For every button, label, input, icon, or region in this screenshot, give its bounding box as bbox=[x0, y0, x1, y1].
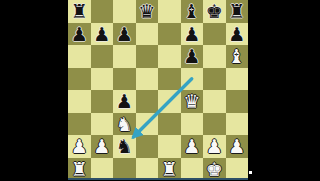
black-queen[interactable]: ♛ bbox=[138, 0, 155, 23]
square-d8[interactable]: ♛ bbox=[136, 0, 159, 23]
black-pawn[interactable]: ♟ bbox=[93, 23, 110, 46]
black-pawn[interactable]: ♟ bbox=[116, 23, 133, 46]
square-b3[interactable] bbox=[91, 113, 114, 136]
white-pawn[interactable]: ♟ bbox=[183, 135, 200, 158]
black-pawn[interactable]: ♟ bbox=[228, 23, 245, 46]
square-g6[interactable] bbox=[203, 45, 226, 68]
black-rook[interactable]: ♜ bbox=[71, 0, 88, 23]
letterbox-right bbox=[248, 0, 320, 180]
black-pawn[interactable]: ♟ bbox=[71, 23, 88, 46]
black-pawn[interactable]: ♟ bbox=[183, 45, 200, 68]
square-h5[interactable] bbox=[226, 68, 249, 91]
square-f4[interactable]: ♛ bbox=[181, 90, 204, 113]
black-king[interactable]: ♚ bbox=[206, 0, 223, 23]
square-e1[interactable]: ♜ bbox=[158, 158, 181, 181]
black-pawn[interactable]: ♟ bbox=[116, 90, 133, 113]
square-b1[interactable] bbox=[91, 158, 114, 181]
white-pawn[interactable]: ♟ bbox=[93, 135, 110, 158]
square-c8[interactable] bbox=[113, 0, 136, 23]
board-bottom-strip bbox=[68, 178, 248, 180]
square-h8[interactable]: ♜ bbox=[226, 0, 249, 23]
white-knight[interactable]: ♞ bbox=[116, 113, 133, 136]
square-d1[interactable] bbox=[136, 158, 159, 181]
white-rook[interactable]: ♜ bbox=[71, 158, 88, 181]
square-d6[interactable] bbox=[136, 45, 159, 68]
square-b8[interactable] bbox=[91, 0, 114, 23]
square-g4[interactable] bbox=[203, 90, 226, 113]
square-a1[interactable]: ♜ bbox=[68, 158, 91, 181]
square-d3[interactable] bbox=[136, 113, 159, 136]
corner-dot bbox=[249, 171, 252, 174]
square-b6[interactable] bbox=[91, 45, 114, 68]
square-f5[interactable] bbox=[181, 68, 204, 91]
letterbox-left bbox=[0, 0, 68, 180]
square-c5[interactable] bbox=[113, 68, 136, 91]
square-g3[interactable] bbox=[203, 113, 226, 136]
white-rook[interactable]: ♜ bbox=[161, 158, 178, 181]
square-d2[interactable] bbox=[136, 135, 159, 158]
square-a5[interactable] bbox=[68, 68, 91, 91]
square-h4[interactable] bbox=[226, 90, 249, 113]
square-e6[interactable] bbox=[158, 45, 181, 68]
square-a8[interactable]: ♜ bbox=[68, 0, 91, 23]
white-queen[interactable]: ♛ bbox=[183, 90, 200, 113]
square-f8[interactable]: ♝ bbox=[181, 0, 204, 23]
black-bishop[interactable]: ♝ bbox=[183, 0, 200, 23]
square-a6[interactable] bbox=[68, 45, 91, 68]
white-bishop[interactable]: ♝ bbox=[228, 45, 245, 68]
square-f6[interactable]: ♟ bbox=[181, 45, 204, 68]
square-f7[interactable]: ♟ bbox=[181, 23, 204, 46]
square-h1[interactable] bbox=[226, 158, 249, 181]
square-e4[interactable] bbox=[158, 90, 181, 113]
square-h3[interactable] bbox=[226, 113, 249, 136]
white-pawn[interactable]: ♟ bbox=[206, 135, 223, 158]
square-a3[interactable] bbox=[68, 113, 91, 136]
square-h7[interactable]: ♟ bbox=[226, 23, 249, 46]
white-pawn[interactable]: ♟ bbox=[71, 135, 88, 158]
square-h6[interactable]: ♝ bbox=[226, 45, 249, 68]
square-h2[interactable]: ♟ bbox=[226, 135, 249, 158]
square-c1[interactable] bbox=[113, 158, 136, 181]
square-g2[interactable]: ♟ bbox=[203, 135, 226, 158]
square-b5[interactable] bbox=[91, 68, 114, 91]
square-e5[interactable] bbox=[158, 68, 181, 91]
square-f3[interactable] bbox=[181, 113, 204, 136]
square-g8[interactable]: ♚ bbox=[203, 0, 226, 23]
white-pawn[interactable]: ♟ bbox=[228, 135, 245, 158]
white-king[interactable]: ♚ bbox=[206, 158, 223, 181]
square-e3[interactable] bbox=[158, 113, 181, 136]
black-rook[interactable]: ♜ bbox=[228, 0, 245, 23]
square-g1[interactable]: ♚ bbox=[203, 158, 226, 181]
square-d7[interactable] bbox=[136, 23, 159, 46]
square-g5[interactable] bbox=[203, 68, 226, 91]
black-knight[interactable]: ♞ bbox=[116, 135, 133, 158]
square-b2[interactable]: ♟ bbox=[91, 135, 114, 158]
square-a4[interactable] bbox=[68, 90, 91, 113]
square-c4[interactable]: ♟ bbox=[113, 90, 136, 113]
square-e7[interactable] bbox=[158, 23, 181, 46]
square-c2[interactable]: ♞ bbox=[113, 135, 136, 158]
square-e8[interactable] bbox=[158, 0, 181, 23]
square-b7[interactable]: ♟ bbox=[91, 23, 114, 46]
square-f2[interactable]: ♟ bbox=[181, 135, 204, 158]
square-d4[interactable] bbox=[136, 90, 159, 113]
square-e2[interactable] bbox=[158, 135, 181, 158]
square-b4[interactable] bbox=[91, 90, 114, 113]
square-g7[interactable] bbox=[203, 23, 226, 46]
square-f1[interactable] bbox=[181, 158, 204, 181]
square-c6[interactable] bbox=[113, 45, 136, 68]
square-a7[interactable]: ♟ bbox=[68, 23, 91, 46]
square-c7[interactable]: ♟ bbox=[113, 23, 136, 46]
chess-board: ♜♛♝♚♜♟♟♟♟♟♟♝♟♛♞♟♟♞♟♟♟♜♜♚ bbox=[68, 0, 248, 180]
square-a2[interactable]: ♟ bbox=[68, 135, 91, 158]
square-d5[interactable] bbox=[136, 68, 159, 91]
black-pawn[interactable]: ♟ bbox=[183, 23, 200, 46]
square-c3[interactable]: ♞ bbox=[113, 113, 136, 136]
